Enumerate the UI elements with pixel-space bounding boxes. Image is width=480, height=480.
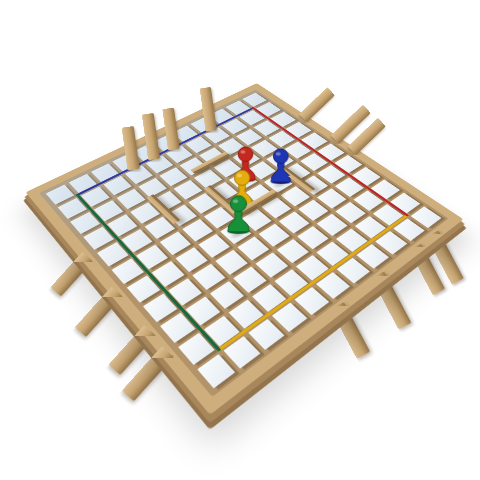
edge-wall-leaning-green-side — [74, 286, 122, 337]
product-photo-scene — [0, 0, 480, 480]
tile-grid — [39, 89, 449, 397]
pawn-blue-icon — [268, 148, 293, 185]
quoridor-board — [26, 83, 464, 415]
edge-wall-leaning-green-side — [50, 251, 92, 296]
pawn-green — [224, 194, 251, 234]
pawn-blue — [268, 148, 293, 185]
edge-wall-leaning-yellow-side — [330, 302, 370, 359]
edge-wall-leaning-yellow-side — [371, 271, 411, 329]
pawn-green-icon — [224, 194, 251, 234]
tile — [197, 354, 235, 388]
edge-wall-leaning-red-side — [298, 87, 334, 122]
